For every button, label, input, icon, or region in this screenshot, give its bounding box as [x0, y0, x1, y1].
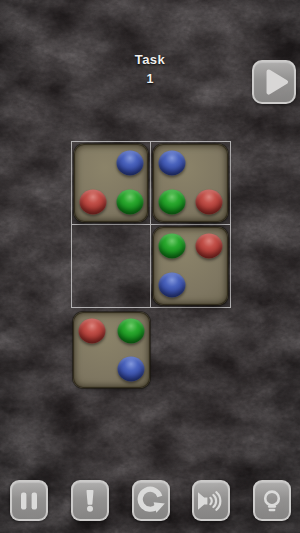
dot-green [158, 190, 185, 215]
dot-red [79, 190, 106, 215]
dot-blue [116, 151, 143, 176]
warning-button[interactable] [71, 480, 109, 521]
exclamation-icon [75, 486, 105, 516]
dot-red [196, 190, 223, 215]
play-button[interactable] [252, 60, 296, 104]
toolbar [0, 480, 300, 521]
play-icon [258, 66, 290, 98]
dot-blue [158, 151, 185, 176]
game-screen: Task 1 [0, 0, 300, 533]
grid-cell-r1c1[interactable] [72, 142, 151, 225]
puzzle-grid [71, 141, 231, 308]
dot-green [117, 319, 144, 344]
pause-icon [14, 486, 44, 516]
speaker-icon [196, 486, 226, 516]
restart-button[interactable] [132, 480, 170, 521]
hint-button[interactable] [253, 480, 291, 521]
sound-button[interactable] [192, 480, 230, 521]
dot-red [196, 234, 223, 259]
dot-green [116, 190, 143, 215]
lightbulb-icon [257, 486, 287, 516]
dot-blue [117, 357, 144, 382]
grid-cell-r2c1[interactable] [72, 225, 151, 308]
pause-button[interactable] [10, 480, 48, 521]
placed-tile-r1c1[interactable] [74, 144, 148, 222]
grid-cell-r1c2[interactable] [151, 142, 230, 225]
dot-blue [158, 273, 185, 298]
tray-tile[interactable] [73, 312, 150, 388]
placed-tile-r1c2[interactable] [153, 144, 228, 222]
placed-tile-r2c2[interactable] [153, 227, 228, 306]
refresh-icon [136, 486, 166, 516]
dot-green [158, 234, 185, 259]
dot-red [79, 319, 106, 344]
grid-cell-r2c2[interactable] [151, 225, 230, 308]
